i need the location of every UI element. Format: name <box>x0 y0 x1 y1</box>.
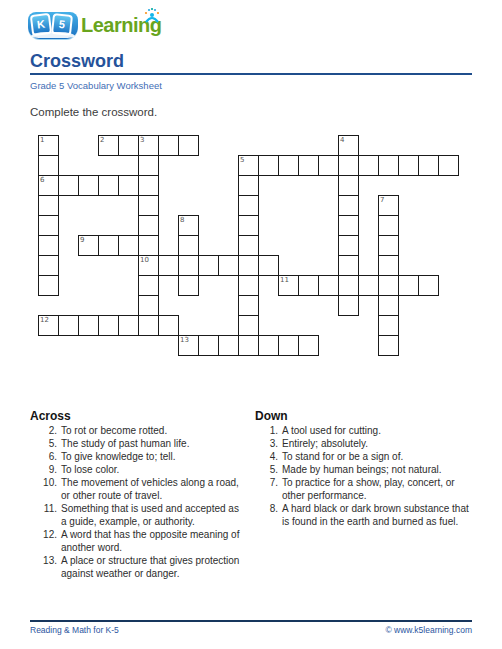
grid-cell[interactable] <box>38 235 59 256</box>
grid-cell[interactable] <box>118 175 139 196</box>
grid-cell[interactable] <box>378 215 399 236</box>
clue-item-number: 7. <box>255 476 282 502</box>
grid-cell[interactable] <box>138 275 159 296</box>
grid-cell[interactable] <box>358 275 379 296</box>
clue-item-text: Made by human beings; not natural. <box>282 463 472 476</box>
footer-tagline: Reading & Math for K-5 <box>30 625 119 635</box>
grid-cell[interactable]: 9 <box>78 235 99 256</box>
grid-cell[interactable] <box>178 235 199 256</box>
grid-cell[interactable]: 2 <box>98 135 119 156</box>
grid-cell[interactable] <box>418 275 439 296</box>
clue-item: 1.A tool used for cutting. <box>255 424 472 437</box>
grid-cell[interactable] <box>98 235 119 256</box>
clue-item-number: 5. <box>30 437 61 450</box>
grid-cell[interactable] <box>438 155 459 176</box>
clue-item: 10.The movement of vehicles along a road… <box>30 476 241 502</box>
grid-cell[interactable] <box>118 135 139 156</box>
grid-cell[interactable] <box>238 195 259 216</box>
clue-item-text: To practice for a show, play, concert, o… <box>282 476 472 502</box>
grid-cell[interactable] <box>238 335 259 356</box>
clue-item: 13.A place or structure that gives prote… <box>30 554 241 580</box>
grid-cell[interactable] <box>38 215 59 236</box>
grid-cell[interactable]: 13 <box>178 335 199 356</box>
across-header: Across <box>30 409 71 423</box>
grid-cell[interactable] <box>238 255 259 276</box>
clue-item-number: 3. <box>255 437 282 450</box>
grid-cell[interactable] <box>298 335 319 356</box>
grid-cell[interactable] <box>338 155 359 176</box>
grid-cell[interactable] <box>338 215 359 236</box>
clue-item-text: To give knowledge to; tell. <box>61 450 241 463</box>
grid-cell[interactable] <box>38 155 59 176</box>
clue-item-text: Something that is used and accepted as a… <box>61 502 241 528</box>
k5-learning-logo: K 5 Learning <box>28 10 178 44</box>
grid-cell[interactable] <box>218 335 239 356</box>
grid-cell[interactable] <box>378 235 399 256</box>
clue-item-number: 11. <box>30 502 61 528</box>
grid-cell[interactable] <box>338 175 359 196</box>
grid-cell[interactable] <box>118 235 139 256</box>
clue-number: 3 <box>140 136 144 144</box>
grid-cell[interactable] <box>298 155 319 176</box>
grid-cell[interactable] <box>378 255 399 276</box>
clue-item: 11.Something that is used and accepted a… <box>30 502 241 528</box>
clue-item-text: To stand for or be a sign of. <box>282 450 472 463</box>
grid-cell[interactable]: 4 <box>338 135 359 156</box>
grid-cell[interactable] <box>238 275 259 296</box>
grid-cell[interactable] <box>138 215 159 236</box>
title-divider <box>30 73 472 75</box>
clue-item-text: The study of past human life. <box>61 437 241 450</box>
clue-item: 8.A hard black or dark brown substance t… <box>255 502 472 528</box>
clue-number: 11 <box>280 276 289 284</box>
grid-cell[interactable] <box>178 135 199 156</box>
grid-cell[interactable] <box>378 275 399 296</box>
clue-number: 5 <box>240 156 244 164</box>
clue-number: 12 <box>40 316 49 324</box>
clue-item: 5.The study of past human life. <box>30 437 241 450</box>
footer-website: © www.k5learning.com <box>385 625 472 635</box>
grid-cell[interactable] <box>178 255 199 276</box>
grid-cell[interactable] <box>418 155 439 176</box>
grid-cell[interactable] <box>298 275 319 296</box>
clue-item-text: A place or structure that gives protecti… <box>61 554 241 580</box>
grid-cell[interactable] <box>278 155 299 176</box>
grid-cell[interactable]: 11 <box>278 275 299 296</box>
clue-item-text: To lose color. <box>61 463 241 476</box>
clue-item: 3.Entirely; absolutely. <box>255 437 472 450</box>
clue-item: 6.To give knowledge to; tell. <box>30 450 241 463</box>
clue-number: 9 <box>80 236 84 244</box>
grid-cell[interactable]: 5 <box>238 155 259 176</box>
grid-cell[interactable] <box>318 155 339 176</box>
clue-number: 13 <box>180 336 189 344</box>
clue-item-number: 13. <box>30 554 61 580</box>
grid-cell[interactable] <box>138 195 159 216</box>
grid-cell[interactable] <box>138 295 159 316</box>
clue-item-number: 6. <box>30 450 61 463</box>
clue-item: 4.To stand for or be a sign of. <box>255 450 472 463</box>
clue-number: 10 <box>140 256 149 264</box>
grid-cell[interactable]: 3 <box>138 135 159 156</box>
clue-item-text: The movement of vehicles along a road, o… <box>61 476 241 502</box>
clue-item-number: 2. <box>30 424 61 437</box>
grid-cell[interactable] <box>358 155 379 176</box>
clue-item: 12.A word that has the opposite meaning … <box>30 528 241 554</box>
grid-cell[interactable] <box>58 175 79 196</box>
grid-cell[interactable] <box>158 135 179 156</box>
grid-cell[interactable] <box>398 275 419 296</box>
grid-cell[interactable] <box>258 155 279 176</box>
worksheet-subtitle: Grade 5 Vocabulary Worksheet <box>30 80 162 91</box>
clue-item: 2.To rot or become rotted. <box>30 424 241 437</box>
grid-cell[interactable] <box>238 175 259 196</box>
grid-cell[interactable]: 7 <box>378 195 399 216</box>
logo-5-tile: 5 <box>51 13 73 36</box>
instruction-text: Complete the crossword. <box>30 106 157 118</box>
clue-item-text: Entirely; absolutely. <box>282 437 472 450</box>
grid-cell[interactable] <box>338 195 359 216</box>
grid-cell[interactable] <box>38 195 59 216</box>
clue-number: 6 <box>40 176 44 184</box>
footer-divider <box>30 620 472 622</box>
grid-cell[interactable] <box>138 235 159 256</box>
grid-cell[interactable] <box>198 255 219 276</box>
clue-item-number: 10. <box>30 476 61 502</box>
grid-cell[interactable] <box>198 335 219 356</box>
crossword-grid: 23569101112131478 <box>38 135 459 356</box>
grid-cell[interactable] <box>118 315 139 336</box>
clue-item-number: 12. <box>30 528 61 554</box>
clue-item-number: 9. <box>30 463 61 476</box>
clue-item: 5.Made by human beings; not natural. <box>255 463 472 476</box>
grid-cell[interactable] <box>238 215 259 236</box>
grid-cell[interactable] <box>378 335 399 356</box>
clue-item-number: 1. <box>255 424 282 437</box>
clue-item-number: 8. <box>255 502 282 528</box>
grid-cell[interactable] <box>338 235 359 256</box>
grid-cell[interactable] <box>38 255 59 276</box>
grid-cell[interactable]: 8 <box>178 215 199 236</box>
grid-cell[interactable] <box>138 175 159 196</box>
grid-cell[interactable] <box>378 315 399 336</box>
clue-item-text: A tool used for cutting. <box>282 424 472 437</box>
grid-cell[interactable]: 12 <box>38 315 59 336</box>
grid-cell[interactable] <box>338 255 359 276</box>
clue-item-text: A hard black or dark brown substance tha… <box>282 502 472 528</box>
grid-cell[interactable] <box>238 295 259 316</box>
grid-cell[interactable] <box>238 315 259 336</box>
clue-number: 7 <box>380 196 384 204</box>
clue-number: 4 <box>340 136 344 144</box>
grid-cell[interactable] <box>78 175 99 196</box>
grid-cell[interactable] <box>398 155 419 176</box>
down-header: Down <box>255 409 288 423</box>
grid-cell[interactable] <box>258 335 279 356</box>
grid-cell[interactable] <box>258 255 279 276</box>
clue-item: 9.To lose color. <box>30 463 241 476</box>
worksheet-page: K 5 Learning Crossword Grade 5 Vocabular… <box>0 0 502 649</box>
grid-cell[interactable] <box>178 275 199 296</box>
grid-cell[interactable] <box>238 235 259 256</box>
grid-cell[interactable] <box>78 315 99 336</box>
grid-cell[interactable] <box>378 295 399 316</box>
clue-item-number: 4. <box>255 450 282 463</box>
grid-cell[interactable] <box>138 315 159 336</box>
grid-cell[interactable] <box>318 275 339 296</box>
across-clue-list: 2.To rot or become rotted.5.The study of… <box>30 424 241 580</box>
grid-cell[interactable] <box>338 295 359 316</box>
grid-cell[interactable]: 1 <box>38 135 59 156</box>
down-clue-list: 1.A tool used for cutting.3.Entirely; ab… <box>255 424 472 528</box>
grid-cell[interactable] <box>278 335 299 356</box>
grid-cell[interactable] <box>378 155 399 176</box>
clue-number: 1 <box>40 136 44 144</box>
grid-cell[interactable]: 10 <box>138 255 159 276</box>
clue-item-text: A word that has the opposite meaning of … <box>61 528 241 554</box>
grid-cell[interactable] <box>158 255 179 276</box>
clue-number: 8 <box>180 216 184 224</box>
logo-k-tile: K <box>30 13 52 36</box>
grid-cell[interactable] <box>338 275 359 296</box>
grid-cell[interactable] <box>98 315 119 336</box>
grid-cell[interactable] <box>98 175 119 196</box>
grid-cell[interactable] <box>218 255 239 276</box>
grid-cell[interactable] <box>138 155 159 176</box>
clue-number: 2 <box>100 136 104 144</box>
k5-logo-book-icon: K 5 <box>28 12 78 39</box>
grid-cell[interactable] <box>58 315 79 336</box>
logo-person-icon <box>143 7 161 25</box>
clue-item: 7.To practice for a show, play, concert,… <box>255 476 472 502</box>
grid-cell[interactable] <box>158 315 179 336</box>
grid-cell[interactable]: 6 <box>38 175 59 196</box>
clue-item-text: To rot or become rotted. <box>61 424 241 437</box>
page-title: Crossword <box>30 51 124 72</box>
grid-cell[interactable] <box>38 275 59 296</box>
clue-item-number: 5. <box>255 463 282 476</box>
